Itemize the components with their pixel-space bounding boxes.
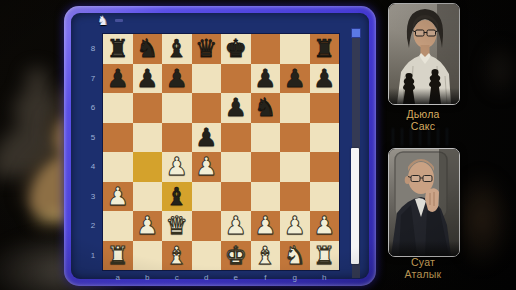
black-pawn-d5: ♟	[195, 125, 217, 150]
square-e2[interactable]: ♟	[221, 211, 251, 241]
scrollbar-thumb[interactable]	[351, 148, 359, 264]
square-e3[interactable]	[221, 182, 251, 212]
player-name-atalik-last: Аталык	[380, 268, 466, 280]
black-bishop-c3: ♝	[166, 184, 188, 209]
white-rook-h1: ♜	[313, 243, 335, 268]
square-h1[interactable]: ♜	[310, 241, 340, 271]
square-c6[interactable]	[162, 93, 192, 123]
player-portrait-sax	[389, 4, 459, 104]
white-pawn-h2: ♟	[313, 213, 335, 238]
chess-window-inner: ♞ 87654321 ♜♞♝♛♚♜♟♟♟♟♟♟♟♞♟♟♟♟♝♟♛♟♟♟♟♜♝♚♝…	[71, 13, 369, 279]
square-a6[interactable]	[103, 93, 133, 123]
black-pawn-g7: ♟	[284, 66, 306, 91]
rank-label: 3	[86, 182, 100, 212]
square-h8[interactable]: ♜	[310, 34, 340, 64]
square-d5[interactable]: ♟	[192, 123, 222, 153]
square-f3[interactable]	[251, 182, 281, 212]
black-pawn-a7: ♟	[107, 66, 129, 91]
white-pawn-f2: ♟	[254, 213, 276, 238]
square-g2[interactable]: ♟	[280, 211, 310, 241]
chess-window: ♞ 87654321 ♜♞♝♛♚♜♟♟♟♟♟♟♟♞♟♟♟♟♝♟♛♟♟♟♟♜♝♚♝…	[64, 6, 376, 286]
square-a3[interactable]: ♟	[103, 182, 133, 212]
board-scrollbar	[351, 28, 361, 282]
file-label: g	[280, 272, 310, 283]
white-queen-c2: ♛	[166, 213, 188, 238]
square-d2[interactable]	[192, 211, 222, 241]
file-label: d	[192, 272, 222, 283]
square-g8[interactable]	[280, 34, 310, 64]
square-h2[interactable]: ♟	[310, 211, 340, 241]
white-pawn-g2: ♟	[284, 213, 306, 238]
black-pawn-e6: ♟	[225, 95, 247, 120]
rank-label: 8	[86, 34, 100, 64]
panel-streaks	[392, 128, 454, 146]
square-a4[interactable]	[103, 152, 133, 182]
square-e5[interactable]	[221, 123, 251, 153]
square-c4[interactable]: ♟	[162, 152, 192, 182]
black-rook-a8: ♜	[107, 36, 129, 61]
player-photo-atalik	[388, 148, 460, 257]
square-f6[interactable]: ♞	[251, 93, 281, 123]
window-titlebar[interactable]: ♞	[71, 13, 369, 29]
square-e8[interactable]: ♚	[221, 34, 251, 64]
rank-label: 6	[86, 93, 100, 123]
rank-labels: 87654321	[86, 34, 100, 270]
player-name-atalik: Суат Аталык	[380, 256, 466, 280]
square-c3[interactable]: ♝	[162, 182, 192, 212]
square-b4[interactable]	[133, 152, 163, 182]
square-c2[interactable]: ♛	[162, 211, 192, 241]
square-g4[interactable]	[280, 152, 310, 182]
square-a5[interactable]	[103, 123, 133, 153]
square-e6[interactable]: ♟	[221, 93, 251, 123]
square-d7[interactable]	[192, 64, 222, 94]
square-d8[interactable]: ♛	[192, 34, 222, 64]
square-a1[interactable]: ♜	[103, 241, 133, 271]
square-h5[interactable]	[310, 123, 340, 153]
rank-label: 4	[86, 152, 100, 182]
player-photo-sax	[388, 3, 460, 105]
square-b5[interactable]	[133, 123, 163, 153]
rank-label: 1	[86, 241, 100, 271]
black-rook-h8: ♜	[313, 36, 335, 61]
white-bishop-c1: ♝	[166, 243, 188, 268]
rank-label: 2	[86, 211, 100, 241]
square-h7[interactable]: ♟	[310, 64, 340, 94]
square-f2[interactable]: ♟	[251, 211, 281, 241]
file-label: e	[221, 272, 251, 283]
square-f1[interactable]: ♝	[251, 241, 281, 271]
square-a7[interactable]: ♟	[103, 64, 133, 94]
rank-label: 5	[86, 123, 100, 153]
square-f5[interactable]	[251, 123, 281, 153]
square-e1[interactable]: ♚	[221, 241, 251, 271]
black-pawn-c7: ♟	[166, 66, 188, 91]
file-label: h	[310, 272, 340, 283]
square-g1[interactable]: ♞	[280, 241, 310, 271]
black-pawn-b7: ♟	[136, 66, 158, 91]
black-queen-d8: ♛	[195, 36, 217, 61]
background-glow	[452, 170, 512, 270]
black-knight-f6: ♞	[254, 95, 276, 120]
white-pawn-a3: ♟	[107, 184, 129, 209]
square-e7[interactable]	[221, 64, 251, 94]
white-knight-g1: ♞	[284, 243, 306, 268]
square-f4[interactable]	[251, 152, 281, 182]
screen: ♟ ♟ ♞ 87654321 ♜♞♝♛♚♜♟♟♟♟♟♟♟♞♟♟♟♟♝♟♛♟♟♟♟…	[0, 0, 516, 290]
square-c8[interactable]: ♝	[162, 34, 192, 64]
white-rook-a1: ♜	[107, 243, 129, 268]
square-c5[interactable]	[162, 123, 192, 153]
black-king-e8: ♚	[225, 36, 247, 61]
square-c1[interactable]: ♝	[162, 241, 192, 271]
black-knight-b8: ♞	[136, 36, 158, 61]
black-pawn-f7: ♟	[254, 66, 276, 91]
square-f7[interactable]: ♟	[251, 64, 281, 94]
white-pawn-c4: ♟	[166, 154, 188, 179]
board: ♜♞♝♛♚♜♟♟♟♟♟♟♟♞♟♟♟♟♝♟♛♟♟♟♟♜♝♚♝♞♜	[103, 34, 339, 270]
square-d6[interactable]	[192, 93, 222, 123]
app-knight-icon: ♞	[97, 14, 109, 28]
file-label: b	[133, 272, 163, 283]
square-g5[interactable]	[280, 123, 310, 153]
file-label: f	[251, 272, 281, 283]
square-h6[interactable]	[310, 93, 340, 123]
square-a2[interactable]	[103, 211, 133, 241]
player-name-atalik-first: Суат	[380, 256, 466, 268]
player-portrait-atalik	[389, 149, 459, 256]
square-h4[interactable]	[310, 152, 340, 182]
square-d4[interactable]: ♟	[192, 152, 222, 182]
black-pawn-h7: ♟	[313, 66, 335, 91]
square-b7[interactable]: ♟	[133, 64, 163, 94]
square-g3[interactable]	[280, 182, 310, 212]
square-h3[interactable]	[310, 182, 340, 212]
background-glow	[480, 40, 516, 100]
square-b1[interactable]	[133, 241, 163, 271]
square-f8[interactable]	[251, 34, 281, 64]
square-b6[interactable]	[133, 93, 163, 123]
square-d1[interactable]	[192, 241, 222, 271]
square-b8[interactable]: ♞	[133, 34, 163, 64]
square-g6[interactable]	[280, 93, 310, 123]
white-king-e1: ♚	[225, 243, 247, 268]
file-label: a	[103, 272, 133, 283]
black-bishop-c8: ♝	[166, 36, 188, 61]
square-d3[interactable]	[192, 182, 222, 212]
white-pawn-d4: ♟	[195, 154, 217, 179]
titlebar-mark	[115, 19, 123, 22]
file-label: c	[162, 272, 192, 283]
white-pawn-e2: ♟	[225, 213, 247, 238]
white-bishop-f1: ♝	[254, 243, 276, 268]
file-labels: abcdefgh	[103, 272, 339, 283]
white-pawn-b2: ♟	[136, 213, 158, 238]
player-name-sax-first: Дьюла	[380, 108, 466, 120]
square-c7[interactable]: ♟	[162, 64, 192, 94]
square-a8[interactable]: ♜	[103, 34, 133, 64]
square-b2[interactable]: ♟	[133, 211, 163, 241]
scrollbar-up-button[interactable]	[351, 28, 361, 38]
square-g7[interactable]: ♟	[280, 64, 310, 94]
square-b3[interactable]	[133, 182, 163, 212]
square-e4[interactable]	[221, 152, 251, 182]
rank-label: 7	[86, 64, 100, 94]
